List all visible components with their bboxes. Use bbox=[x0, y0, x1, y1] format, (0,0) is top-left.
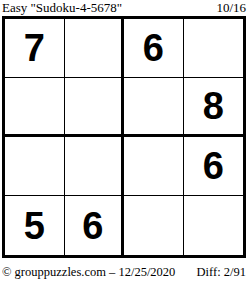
sudoku-board: 7 6 8 6 5 6 bbox=[2, 16, 246, 258]
difficulty-text: Diff: 2/91 bbox=[197, 265, 246, 279]
cell-r2c4: 8 bbox=[184, 78, 244, 137]
cell-r1c2 bbox=[65, 19, 125, 78]
cell-r4c4 bbox=[184, 196, 244, 255]
copyright-text: © grouppuzzles.com – 12/25/2020 bbox=[2, 265, 175, 279]
header: Easy "Sudoku-4-5678" 10/16 bbox=[0, 0, 248, 16]
cell-r3c3 bbox=[124, 137, 184, 196]
cell-r2c3 bbox=[124, 78, 184, 137]
footer: © grouppuzzles.com – 12/25/2020 Diff: 2/… bbox=[0, 263, 248, 281]
cell-r4c2: 6 bbox=[65, 196, 125, 255]
cell-r1c3: 6 bbox=[124, 19, 184, 78]
cell-r1c1: 7 bbox=[5, 19, 65, 78]
puzzle-page: Easy "Sudoku-4-5678" 10/16 7 6 8 6 5 6 ©… bbox=[0, 0, 248, 282]
cell-r4c1: 5 bbox=[5, 196, 65, 255]
cell-r3c4: 6 bbox=[184, 137, 244, 196]
cell-r1c4 bbox=[184, 19, 244, 78]
cell-r3c1 bbox=[5, 137, 65, 196]
cell-r2c1 bbox=[5, 78, 65, 137]
cell-r2c2 bbox=[65, 78, 125, 137]
cell-r4c3 bbox=[124, 196, 184, 255]
puzzle-title: Easy "Sudoku-4-5678" bbox=[2, 1, 122, 15]
cell-r3c2 bbox=[65, 137, 125, 196]
page-counter: 10/16 bbox=[216, 1, 246, 15]
